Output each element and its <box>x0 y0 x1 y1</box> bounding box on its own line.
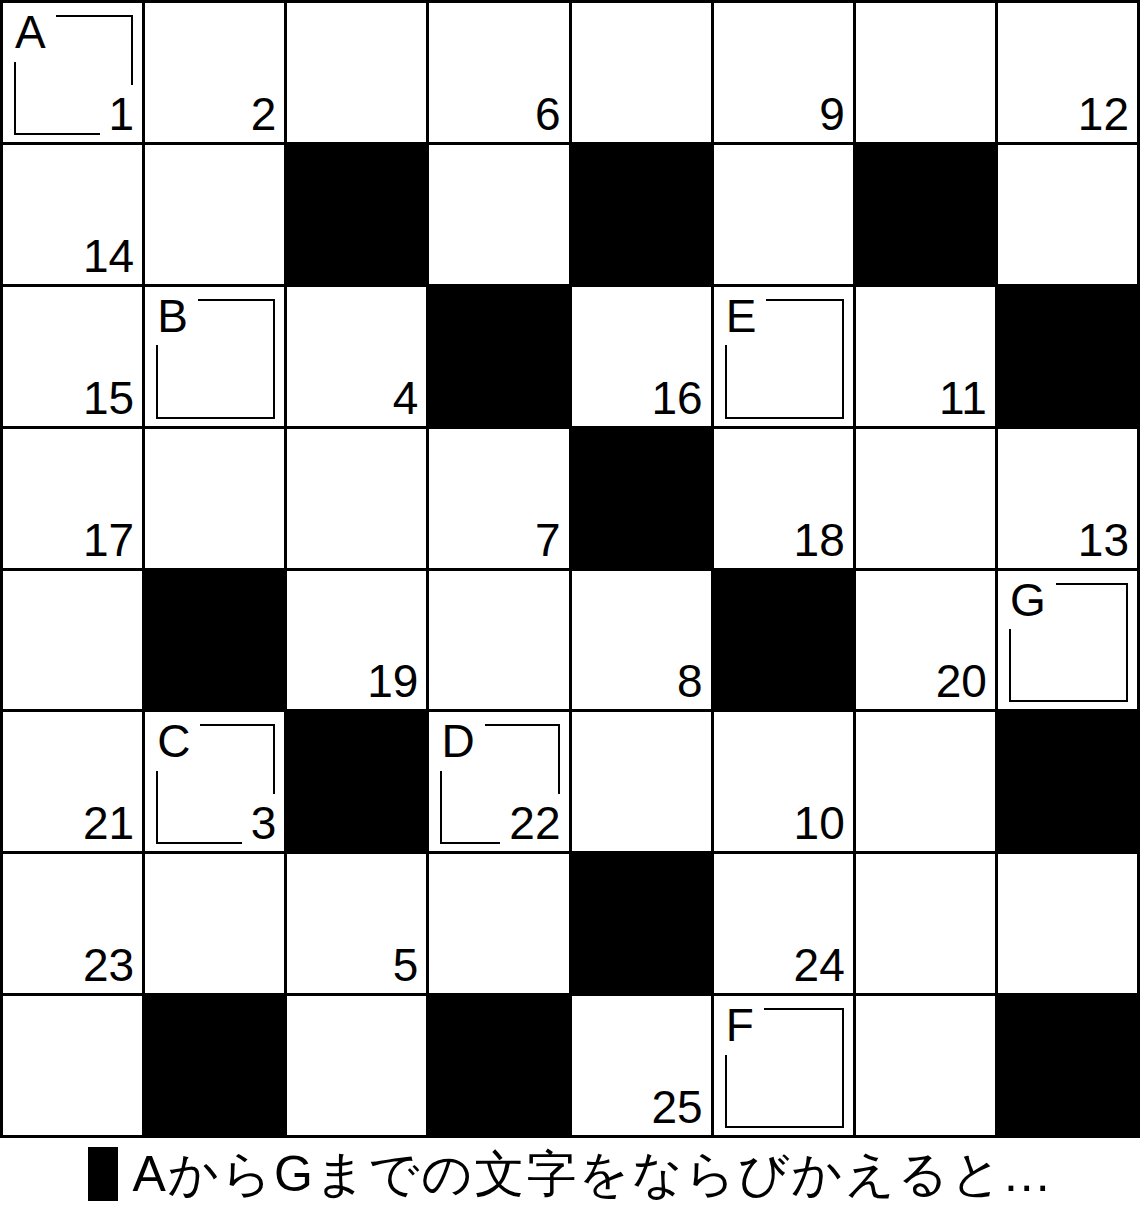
grid-cell[interactable]: 21 <box>3 712 145 854</box>
grid-cell[interactable]: 14 <box>3 145 145 287</box>
grid-cell[interactable]: 11 <box>856 287 998 429</box>
grid-cell[interactable]: 5 <box>287 854 429 996</box>
black-cell <box>145 996 287 1138</box>
grid-cell[interactable]: B <box>145 287 287 429</box>
grid-cell[interactable]: 9 <box>714 3 856 145</box>
grid-cell[interactable] <box>145 854 287 996</box>
grid-cell[interactable]: D22 <box>429 712 571 854</box>
grid-cell[interactable]: 15 <box>3 287 145 429</box>
clue-number: 2 <box>242 85 279 139</box>
grid-cell[interactable]: 24 <box>714 854 856 996</box>
clue-number: 18 <box>785 511 847 565</box>
grid-cell[interactable]: 23 <box>3 854 145 996</box>
key-letter: D <box>437 716 484 771</box>
grid-cell[interactable] <box>3 996 145 1138</box>
grid-cell[interactable]: F <box>714 996 856 1138</box>
puzzle-page: A1269121415B416E11177181319820G21C3D2210… <box>0 0 1140 1210</box>
grid-cell[interactable] <box>998 145 1140 287</box>
grid-cell[interactable]: 18 <box>714 429 856 571</box>
black-cell <box>998 996 1140 1138</box>
clue-number: 20 <box>927 652 989 706</box>
clue-number: 17 <box>74 511 136 565</box>
grid-cell[interactable]: 17 <box>3 429 145 571</box>
clue-number: 13 <box>1069 511 1131 565</box>
grid-cell[interactable]: 2 <box>145 3 287 145</box>
clue-number: 16 <box>642 369 704 423</box>
grid-cell[interactable]: 20 <box>856 571 998 713</box>
black-cell <box>287 145 429 287</box>
clue-number: 14 <box>74 227 136 281</box>
grid-cell[interactable] <box>998 854 1140 996</box>
clue-number: 11 <box>930 369 989 423</box>
grid-cell[interactable] <box>856 429 998 571</box>
black-cell <box>856 145 998 287</box>
clue-number: 22 <box>500 794 562 848</box>
grid-cell[interactable]: 8 <box>572 571 714 713</box>
key-letter: E <box>722 291 767 346</box>
grid-cell[interactable] <box>429 145 571 287</box>
grid-cell[interactable] <box>429 854 571 996</box>
grid-cell[interactable]: A1 <box>3 3 145 145</box>
clue-number: 24 <box>785 936 847 990</box>
clue-number: 9 <box>810 85 847 139</box>
caption-bullet-icon <box>88 1147 118 1201</box>
black-cell <box>714 571 856 713</box>
black-cell <box>572 429 714 571</box>
grid-cell[interactable] <box>572 712 714 854</box>
grid-cell[interactable]: E <box>714 287 856 429</box>
black-cell <box>572 854 714 996</box>
clue-number: 10 <box>785 794 847 848</box>
grid-cell[interactable] <box>3 571 145 713</box>
key-letter: G <box>1006 575 1056 630</box>
grid-cell[interactable] <box>429 571 571 713</box>
grid-cell[interactable] <box>856 996 998 1138</box>
grid-cell[interactable]: 12 <box>998 3 1140 145</box>
key-letter: A <box>11 7 56 62</box>
grid-cell[interactable] <box>287 429 429 571</box>
clue-number: 5 <box>384 936 421 990</box>
clue-number: 7 <box>526 511 563 565</box>
black-cell <box>287 712 429 854</box>
grid-cell[interactable] <box>856 3 998 145</box>
grid-cell[interactable] <box>856 712 998 854</box>
black-cell <box>998 712 1140 854</box>
key-letter: B <box>153 291 198 346</box>
grid-cell[interactable]: 6 <box>429 3 571 145</box>
black-cell <box>429 287 571 429</box>
grid-cell[interactable]: 13 <box>998 429 1140 571</box>
clue-number: 4 <box>384 369 421 423</box>
grid-cell[interactable]: 4 <box>287 287 429 429</box>
black-cell <box>572 145 714 287</box>
puzzle-grid: A1269121415B416E11177181319820G21C3D2210… <box>0 0 1140 1138</box>
key-letter: F <box>722 1000 764 1055</box>
black-cell <box>998 287 1140 429</box>
grid-cell[interactable]: 25 <box>572 996 714 1138</box>
clue-number: 25 <box>642 1078 704 1132</box>
clue-number: 1 <box>100 85 137 139</box>
grid-cell[interactable] <box>287 996 429 1138</box>
grid-cell[interactable]: 16 <box>572 287 714 429</box>
clue-number: 15 <box>74 369 136 423</box>
grid-cell[interactable] <box>572 3 714 145</box>
clue-number: 3 <box>242 794 279 848</box>
clue-number: 19 <box>358 652 420 706</box>
grid-cell[interactable]: G <box>998 571 1140 713</box>
clue-number: 6 <box>526 85 563 139</box>
black-cell <box>429 996 571 1138</box>
caption: AからGまでの文字をならびかえると... <box>0 1138 1140 1210</box>
grid-cell[interactable]: C3 <box>145 712 287 854</box>
grid-cell[interactable] <box>287 3 429 145</box>
clue-number: 21 <box>74 794 136 848</box>
grid-cell[interactable] <box>856 854 998 996</box>
grid-cell[interactable]: 19 <box>287 571 429 713</box>
clue-number: 8 <box>668 652 705 706</box>
grid-cell[interactable]: 7 <box>429 429 571 571</box>
grid-cell[interactable] <box>145 145 287 287</box>
clue-number: 12 <box>1069 85 1131 139</box>
caption-text: AからGまでの文字をならびかえると... <box>132 1141 1051 1208</box>
grid-cell[interactable] <box>145 429 287 571</box>
black-cell <box>145 571 287 713</box>
grid-cell[interactable]: 10 <box>714 712 856 854</box>
clue-number: 23 <box>74 936 136 990</box>
grid-cell[interactable] <box>714 145 856 287</box>
key-letter: C <box>153 716 200 771</box>
